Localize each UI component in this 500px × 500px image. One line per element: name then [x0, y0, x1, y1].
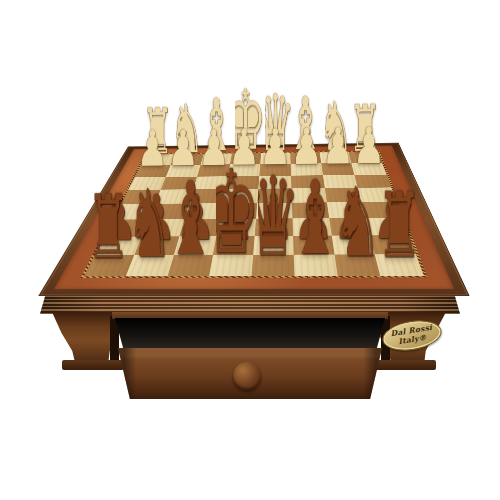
- chess-cabinet-photo: Dal Rossi Italy® ♜♞♝♚♛♝♞♜♟♟♟♟♟♟♟♟♟♟♟♟♟♟♟…: [0, 0, 500, 500]
- piece-black-bishop[interactable]: ♝: [175, 136, 205, 269]
- piece-black-rook[interactable]: ♜: [384, 133, 415, 268]
- drawer-opening: [115, 318, 385, 348]
- drawer-front[interactable]: [118, 348, 382, 399]
- board-plane: ♜♞♝♚♛♝♞♜♟♟♟♟♟♟♟♟♟♟♟♟♟♟♟♟♜♞♝♚♛♝♞♜: [38, 143, 470, 296]
- piece-black-knight[interactable]: ♞: [342, 133, 373, 268]
- drawer-opening-lip: [112, 312, 388, 319]
- board-scene: ♜♞♝♚♛♝♞♜♟♟♟♟♟♟♟♟♟♟♟♟♟♟♟♟♜♞♝♚♛♝♞♜: [34, 0, 466, 296]
- piece-black-rook[interactable]: ♜: [94, 137, 123, 269]
- piece-black-king[interactable]: ♚: [216, 135, 246, 268]
- cabinet-right-foot: [374, 360, 436, 370]
- piece-black-knight[interactable]: ♞: [134, 136, 163, 268]
- cabinet-left-foot: [62, 360, 124, 370]
- piece-black-bishop[interactable]: ♝: [300, 134, 330, 268]
- piece-black-queen[interactable]: ♛: [258, 134, 288, 268]
- drawer-knob[interactable]: [233, 362, 261, 390]
